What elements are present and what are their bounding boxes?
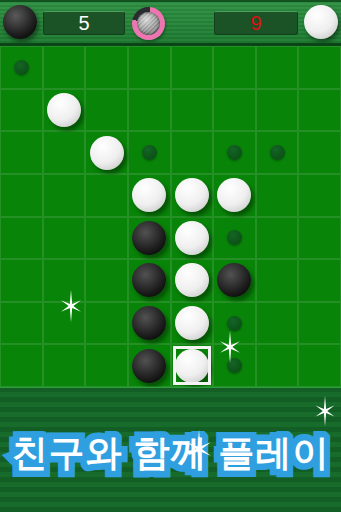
score-bar: 5 9 (0, 0, 341, 43)
cell-c6[interactable] (86, 260, 127, 301)
cell-b7[interactable] (44, 303, 85, 344)
legal-move-hint-dot[interactable] (227, 230, 242, 245)
black-stone (132, 306, 166, 340)
cell-g5[interactable] (257, 218, 298, 259)
board (0, 46, 341, 387)
black-stone (132, 263, 166, 297)
cell-a4[interactable] (1, 175, 42, 216)
white-stone (132, 178, 166, 212)
legal-move-hint-dot[interactable] (270, 145, 285, 160)
legal-move-hint-dot[interactable] (227, 358, 242, 373)
cell-e5[interactable] (172, 218, 213, 259)
cell-a5[interactable] (1, 218, 42, 259)
cell-d7[interactable] (129, 303, 170, 344)
cell-d2[interactable] (129, 90, 170, 131)
white-score-value: 9 (250, 13, 261, 33)
white-disc-icon (304, 5, 338, 39)
black-stone (217, 263, 251, 297)
white-stone (175, 221, 209, 255)
cell-e6[interactable] (172, 260, 213, 301)
cell-f6[interactable] (214, 260, 255, 301)
cell-c1[interactable] (86, 47, 127, 88)
cell-d1[interactable] (129, 47, 170, 88)
cell-c2[interactable] (86, 90, 127, 131)
black-score-value: 5 (78, 13, 89, 33)
black-stone (132, 221, 166, 255)
cell-f5[interactable] (214, 218, 255, 259)
cell-e7[interactable] (172, 303, 213, 344)
cell-c5[interactable] (86, 218, 127, 259)
timer-progress-ring-icon (132, 7, 165, 40)
white-stone (175, 306, 209, 340)
banner-text-label: 친구와 함께 플레이 (11, 432, 329, 473)
white-stone (175, 178, 209, 212)
cell-f1[interactable] (214, 47, 255, 88)
cell-c7[interactable] (86, 303, 127, 344)
cell-h6[interactable] (299, 260, 340, 301)
cell-b2[interactable] (44, 90, 85, 131)
legal-move-hint-dot[interactable] (227, 316, 242, 331)
game-screen: 5 9 친구와 함께 플레이 친구와 함께 플레이 (0, 0, 341, 512)
white-stone (175, 263, 209, 297)
last-move-highlight (173, 346, 212, 385)
cell-h1[interactable] (299, 47, 340, 88)
cell-a8[interactable] (1, 345, 42, 386)
cell-g4[interactable] (257, 175, 298, 216)
cell-f4[interactable] (214, 175, 255, 216)
cell-b4[interactable] (44, 175, 85, 216)
cell-a1[interactable] (1, 47, 42, 88)
white-stone (90, 136, 124, 170)
black-disc-icon (3, 5, 37, 39)
cell-h2[interactable] (299, 90, 340, 131)
cell-g7[interactable] (257, 303, 298, 344)
cell-g6[interactable] (257, 260, 298, 301)
white-stone (47, 93, 81, 127)
cell-d6[interactable] (129, 260, 170, 301)
cell-b1[interactable] (44, 47, 85, 88)
cell-e4[interactable] (172, 175, 213, 216)
cell-b5[interactable] (44, 218, 85, 259)
cell-d5[interactable] (129, 218, 170, 259)
cell-g1[interactable] (257, 47, 298, 88)
cell-c8[interactable] (86, 345, 127, 386)
cell-h7[interactable] (299, 303, 340, 344)
cell-c3[interactable] (86, 132, 127, 173)
cell-a7[interactable] (1, 303, 42, 344)
cell-a2[interactable] (1, 90, 42, 131)
timer-core-icon (137, 12, 160, 35)
cell-f8[interactable] (214, 345, 255, 386)
cell-g3[interactable] (257, 132, 298, 173)
legal-move-hint-dot[interactable] (227, 145, 242, 160)
cell-h4[interactable] (299, 175, 340, 216)
legal-move-hint-dot[interactable] (142, 145, 157, 160)
cell-e8[interactable] (172, 345, 213, 386)
cell-a6[interactable] (1, 260, 42, 301)
cell-a3[interactable] (1, 132, 42, 173)
cell-g2[interactable] (257, 90, 298, 131)
black-stone (132, 349, 166, 383)
legal-move-hint-dot[interactable] (14, 60, 29, 75)
cell-d8[interactable] (129, 345, 170, 386)
cell-e2[interactable] (172, 90, 213, 131)
cell-b3[interactable] (44, 132, 85, 173)
cell-b6[interactable] (44, 260, 85, 301)
cell-d3[interactable] (129, 132, 170, 173)
cell-f7[interactable] (214, 303, 255, 344)
white-score-box: 9 (214, 11, 298, 35)
cell-f2[interactable] (214, 90, 255, 131)
cell-e3[interactable] (172, 132, 213, 173)
cell-h3[interactable] (299, 132, 340, 173)
play-with-friends-banner[interactable]: 친구와 함께 플레이 친구와 함께 플레이 (0, 422, 341, 484)
cell-e1[interactable] (172, 47, 213, 88)
cell-h8[interactable] (299, 345, 340, 386)
black-score-box: 5 (43, 11, 125, 35)
cell-h5[interactable] (299, 218, 340, 259)
cell-g8[interactable] (257, 345, 298, 386)
cell-d4[interactable] (129, 175, 170, 216)
cell-c4[interactable] (86, 175, 127, 216)
cell-b8[interactable] (44, 345, 85, 386)
white-stone (217, 178, 251, 212)
cell-f3[interactable] (214, 132, 255, 173)
